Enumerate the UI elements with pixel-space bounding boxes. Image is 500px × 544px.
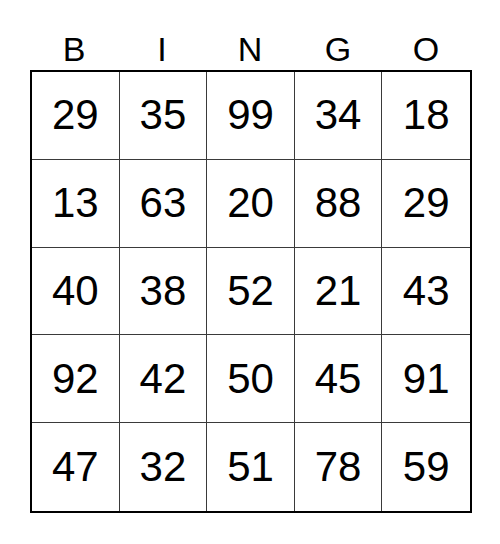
bingo-cell-r3c3[interactable]: 52 xyxy=(207,248,295,336)
bingo-cell-r1c3[interactable]: 99 xyxy=(207,72,295,160)
bingo-cell-r4c5[interactable]: 91 xyxy=(382,335,470,423)
bingo-cell-r3c5[interactable]: 43 xyxy=(382,248,470,336)
bingo-cell-r4c4[interactable]: 45 xyxy=(295,335,383,423)
header-letter-n: N xyxy=(206,0,294,70)
bingo-cell-r5c2[interactable]: 32 xyxy=(120,423,208,511)
bingo-cell-r1c5[interactable]: 18 xyxy=(382,72,470,160)
bingo-cell-r2c4[interactable]: 88 xyxy=(295,160,383,248)
bingo-cell-r4c1[interactable]: 92 xyxy=(32,335,120,423)
bingo-cell-r2c1[interactable]: 13 xyxy=(32,160,120,248)
bingo-cell-r5c1[interactable]: 47 xyxy=(32,423,120,511)
bingo-cell-r5c4[interactable]: 78 xyxy=(295,423,383,511)
bingo-cell-r2c2[interactable]: 63 xyxy=(120,160,208,248)
bingo-grid: 29 35 99 34 18 13 63 20 88 29 40 38 52 2… xyxy=(30,70,472,513)
header-letter-g: G xyxy=(294,0,382,70)
bingo-cell-r1c1[interactable]: 29 xyxy=(32,72,120,160)
bingo-cell-r5c5[interactable]: 59 xyxy=(382,423,470,511)
bingo-cell-r1c4[interactable]: 34 xyxy=(295,72,383,160)
bingo-cell-r2c3[interactable]: 20 xyxy=(207,160,295,248)
bingo-cell-r1c2[interactable]: 35 xyxy=(120,72,208,160)
bingo-header: B I N G O xyxy=(30,0,470,70)
header-letter-b: B xyxy=(30,0,118,70)
bingo-cell-r4c3[interactable]: 50 xyxy=(207,335,295,423)
bingo-card: B I N G O 29 35 99 34 18 13 63 20 88 29 … xyxy=(0,0,500,544)
header-letter-o: O xyxy=(382,0,470,70)
bingo-cell-r3c1[interactable]: 40 xyxy=(32,248,120,336)
bingo-cell-r3c4[interactable]: 21 xyxy=(295,248,383,336)
bingo-cell-r3c2[interactable]: 38 xyxy=(120,248,208,336)
bingo-cell-r2c5[interactable]: 29 xyxy=(382,160,470,248)
bingo-cell-r5c3[interactable]: 51 xyxy=(207,423,295,511)
bingo-cell-r4c2[interactable]: 42 xyxy=(120,335,208,423)
header-letter-i: I xyxy=(118,0,206,70)
